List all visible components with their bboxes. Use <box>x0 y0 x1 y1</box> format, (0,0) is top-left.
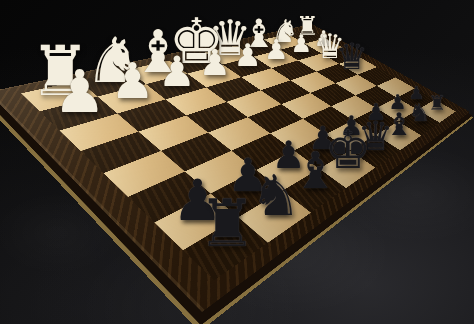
board-squares <box>21 29 455 280</box>
chessboard <box>0 24 470 312</box>
chess-photo-scene: ♜♞♝♛♚♝♞♜♟♟♟♟♟♟♟♟♟♟♟♟♟♟♟♟♜♞♝♛♚♝♞♜♛♛ <box>0 0 474 324</box>
